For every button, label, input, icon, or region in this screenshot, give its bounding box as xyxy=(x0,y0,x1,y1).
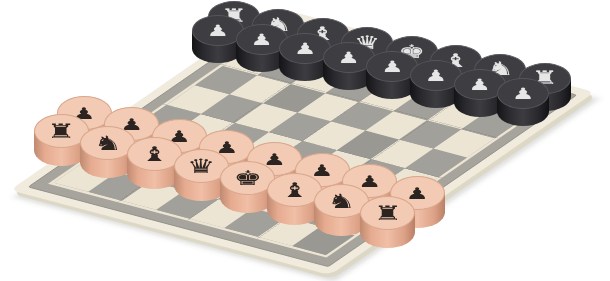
bishop-icon: ♝ xyxy=(140,144,169,164)
queen-icon: ♛ xyxy=(187,156,216,176)
rook-icon: ♜ xyxy=(47,121,76,141)
pawn-icon: ♟ xyxy=(250,31,272,47)
rook-icon: ♜ xyxy=(374,203,403,223)
bishop-icon: ♝ xyxy=(280,180,309,200)
pawn-icon: ♟ xyxy=(338,49,360,65)
pawn-icon: ♟ xyxy=(381,58,403,74)
pawn-icon: ♟ xyxy=(294,40,316,56)
pawn-icon: ♟ xyxy=(468,76,490,92)
king-icon: ♚ xyxy=(233,168,262,188)
chess-set-photo: ♜♞♟♝♟♛♟♚♟♝♟♞♟♜♟♟♟♟♜♟♞♟♝♟♛♟♚♟♝♟♞♜ xyxy=(0,0,610,281)
pawn-icon: ♟ xyxy=(425,67,447,83)
knight-icon: ♞ xyxy=(327,191,356,211)
black-pawn-disc[interactable]: ♟ xyxy=(497,78,549,126)
pawn-icon: ♟ xyxy=(512,85,534,101)
disc-top: ♜ xyxy=(360,196,415,230)
disc-top: ♟ xyxy=(497,78,549,109)
pawn-icon: ♟ xyxy=(207,22,229,38)
white-rook-disc[interactable]: ♜ xyxy=(360,196,415,248)
knight-icon: ♞ xyxy=(93,133,122,153)
